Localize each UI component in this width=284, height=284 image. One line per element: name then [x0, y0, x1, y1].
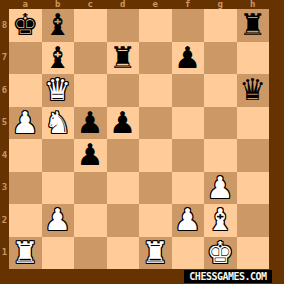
square-b1 — [42, 237, 75, 270]
square-g7 — [204, 42, 237, 75]
square-h6: ♛ — [237, 74, 270, 107]
black-pawn-c5: ♟ — [77, 107, 104, 140]
black-pawn-d5: ♟ — [109, 107, 136, 140]
square-g3: ♟ — [204, 172, 237, 205]
square-f8 — [172, 9, 205, 42]
square-b7: ♝ — [42, 42, 75, 75]
square-a2 — [9, 204, 42, 237]
square-d3 — [107, 172, 140, 205]
chess-diagram: abcdefgh 87654321 ♚♝♜♝♜♟♛♛♟♞♟♟♟♟♟♟♝♜♜♚ C… — [0, 0, 284, 284]
file-label-g: g — [204, 0, 237, 9]
square-f7: ♟ — [172, 42, 205, 75]
square-g8 — [204, 9, 237, 42]
square-b6: ♛ — [42, 74, 75, 107]
white-pawn-g3: ♟ — [207, 172, 234, 205]
black-rook-h8: ♜ — [239, 9, 266, 42]
square-f5 — [172, 107, 205, 140]
square-f2: ♟ — [172, 204, 205, 237]
square-d4 — [107, 139, 140, 172]
white-king-g1: ♚ — [207, 237, 234, 270]
square-g5 — [204, 107, 237, 140]
file-label-d: d — [107, 0, 140, 9]
square-a4 — [9, 139, 42, 172]
square-c4: ♟ — [74, 139, 107, 172]
square-g2: ♝ — [204, 204, 237, 237]
black-rook-d7: ♜ — [109, 42, 136, 75]
square-f6 — [172, 74, 205, 107]
square-e1: ♜ — [139, 237, 172, 270]
square-e4 — [139, 139, 172, 172]
black-king-a8: ♚ — [12, 9, 39, 42]
square-d1 — [107, 237, 140, 270]
black-pawn-c4: ♟ — [77, 139, 104, 172]
square-e2 — [139, 204, 172, 237]
rank-label-5: 5 — [0, 107, 9, 140]
square-d8 — [107, 9, 140, 42]
square-h2 — [237, 204, 270, 237]
square-c1 — [74, 237, 107, 270]
square-a3 — [9, 172, 42, 205]
square-b8: ♝ — [42, 9, 75, 42]
black-pawn-f7: ♟ — [174, 42, 201, 75]
black-bishop-b8: ♝ — [44, 9, 71, 42]
rank-label-8: 8 — [0, 9, 9, 42]
white-knight-b5: ♞ — [44, 107, 71, 140]
square-d2 — [107, 204, 140, 237]
square-a5: ♟ — [9, 107, 42, 140]
square-g1: ♚ — [204, 237, 237, 270]
square-e7 — [139, 42, 172, 75]
white-queen-b6: ♛ — [44, 74, 71, 107]
square-a1: ♜ — [9, 237, 42, 270]
square-b2: ♟ — [42, 204, 75, 237]
square-a6 — [9, 74, 42, 107]
square-b4 — [42, 139, 75, 172]
square-d6 — [107, 74, 140, 107]
file-label-c: c — [74, 0, 107, 9]
brand-label: CHESSGAMES.COM — [189, 270, 266, 283]
square-a8: ♚ — [9, 9, 42, 42]
square-e6 — [139, 74, 172, 107]
square-b5: ♞ — [42, 107, 75, 140]
square-f3 — [172, 172, 205, 205]
square-h1 — [237, 237, 270, 270]
square-h3 — [237, 172, 270, 205]
white-rook-e1: ♜ — [142, 237, 169, 270]
white-rook-a1: ♜ — [12, 237, 39, 270]
square-h7 — [237, 42, 270, 75]
square-c2 — [74, 204, 107, 237]
square-g6 — [204, 74, 237, 107]
rank-label-1: 1 — [0, 237, 9, 270]
square-c8 — [74, 9, 107, 42]
rank-label-3: 3 — [0, 172, 9, 205]
square-e5 — [139, 107, 172, 140]
square-h4 — [237, 139, 270, 172]
white-pawn-b2: ♟ — [44, 204, 71, 237]
white-bishop-g2: ♝ — [207, 204, 234, 237]
square-c7 — [74, 42, 107, 75]
square-e3 — [139, 172, 172, 205]
black-bishop-b7: ♝ — [44, 42, 71, 75]
black-queen-h6: ♛ — [239, 74, 266, 107]
square-d5: ♟ — [107, 107, 140, 140]
brand-band: CHESSGAMES.COM — [184, 270, 272, 283]
square-h5 — [237, 107, 270, 140]
rank-label-7: 7 — [0, 42, 9, 75]
rank-label-2: 2 — [0, 204, 9, 237]
square-g4 — [204, 139, 237, 172]
square-a7 — [9, 42, 42, 75]
square-c5: ♟ — [74, 107, 107, 140]
square-b3 — [42, 172, 75, 205]
file-label-f: f — [172, 0, 205, 9]
square-c6 — [74, 74, 107, 107]
rank-labels: 87654321 — [0, 9, 9, 269]
square-f1 — [172, 237, 205, 270]
square-f4 — [172, 139, 205, 172]
square-d7: ♜ — [107, 42, 140, 75]
square-e8 — [139, 9, 172, 42]
square-h8: ♜ — [237, 9, 270, 42]
file-label-e: e — [139, 0, 172, 9]
white-pawn-a5: ♟ — [12, 107, 39, 140]
rank-label-4: 4 — [0, 139, 9, 172]
square-c3 — [74, 172, 107, 205]
rank-label-6: 6 — [0, 74, 9, 107]
white-pawn-f2: ♟ — [174, 204, 201, 237]
chess-board: ♚♝♜♝♜♟♛♛♟♞♟♟♟♟♟♟♝♜♜♚ — [9, 9, 269, 269]
